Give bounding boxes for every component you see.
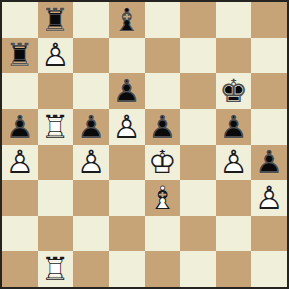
black-king-g6[interactable]: ♚♔ xyxy=(216,73,252,109)
square-d7[interactable] xyxy=(109,38,145,74)
square-b2[interactable] xyxy=(38,216,74,252)
square-b6[interactable] xyxy=(38,73,74,109)
square-d4[interactable] xyxy=(109,145,145,181)
square-f3[interactable] xyxy=(180,180,216,216)
square-f5[interactable] xyxy=(180,109,216,145)
square-f1[interactable] xyxy=(180,251,216,287)
square-a4[interactable]: ♟♙ xyxy=(2,145,38,181)
square-h8[interactable] xyxy=(251,2,287,38)
square-b4[interactable] xyxy=(38,145,74,181)
piece-glyph-outline: ♙ xyxy=(109,73,145,109)
square-g4[interactable]: ♟♙ xyxy=(216,145,252,181)
white-bishop-e3[interactable]: ♝♗ xyxy=(145,180,181,216)
piece-glyph-outline: ♙ xyxy=(251,180,287,216)
piece-glyph-outline: ♔ xyxy=(216,73,252,109)
piece-glyph-fill: ♟ xyxy=(251,145,287,181)
square-h1[interactable] xyxy=(251,251,287,287)
square-e5[interactable]: ♟♙ xyxy=(145,109,181,145)
square-c3[interactable] xyxy=(73,180,109,216)
black-pawn-a5[interactable]: ♟♙ xyxy=(2,109,38,145)
square-b5[interactable]: ♜♖ xyxy=(38,109,74,145)
square-c1[interactable] xyxy=(73,251,109,287)
white-king-e4[interactable]: ♚♔ xyxy=(145,145,181,181)
piece-glyph-outline: ♖ xyxy=(38,251,74,287)
square-e6[interactable] xyxy=(145,73,181,109)
piece-glyph-fill: ♝ xyxy=(109,2,145,38)
piece-glyph-outline: ♙ xyxy=(251,145,287,181)
square-h2[interactable] xyxy=(251,216,287,252)
square-f6[interactable] xyxy=(180,73,216,109)
piece-glyph-fill: ♝ xyxy=(145,180,181,216)
square-d2[interactable] xyxy=(109,216,145,252)
black-pawn-h4[interactable]: ♟♙ xyxy=(251,145,287,181)
piece-glyph-fill: ♟ xyxy=(216,145,252,181)
piece-glyph-fill: ♜ xyxy=(2,38,38,74)
square-a3[interactable] xyxy=(2,180,38,216)
square-e7[interactable] xyxy=(145,38,181,74)
piece-glyph-fill: ♟ xyxy=(38,38,74,74)
piece-glyph-outline: ♙ xyxy=(2,145,38,181)
piece-glyph-outline: ♔ xyxy=(145,145,181,181)
black-pawn-c5[interactable]: ♟♙ xyxy=(73,109,109,145)
square-a7[interactable]: ♜♖ xyxy=(2,38,38,74)
black-pawn-g5[interactable]: ♟♙ xyxy=(216,109,252,145)
piece-glyph-outline: ♙ xyxy=(73,145,109,181)
piece-glyph-fill: ♚ xyxy=(145,145,181,181)
square-e4[interactable]: ♚♔ xyxy=(145,145,181,181)
piece-glyph-fill: ♟ xyxy=(145,109,181,145)
piece-glyph-fill: ♜ xyxy=(38,251,74,287)
square-c2[interactable] xyxy=(73,216,109,252)
white-rook-b5[interactable]: ♜♖ xyxy=(38,109,74,145)
piece-glyph-outline: ♖ xyxy=(38,2,74,38)
piece-glyph-outline: ♙ xyxy=(38,38,74,74)
piece-glyph-fill: ♚ xyxy=(216,73,252,109)
square-h3[interactable]: ♟♙ xyxy=(251,180,287,216)
piece-glyph-fill: ♟ xyxy=(2,109,38,145)
square-g6[interactable]: ♚♔ xyxy=(216,73,252,109)
white-pawn-d5[interactable]: ♟♙ xyxy=(109,109,145,145)
square-c5[interactable]: ♟♙ xyxy=(73,109,109,145)
square-d1[interactable] xyxy=(109,251,145,287)
piece-glyph-outline: ♙ xyxy=(216,109,252,145)
piece-glyph-outline: ♙ xyxy=(145,109,181,145)
square-a2[interactable] xyxy=(2,216,38,252)
square-g8[interactable] xyxy=(216,2,252,38)
piece-glyph-fill: ♟ xyxy=(2,145,38,181)
square-a8[interactable] xyxy=(2,2,38,38)
square-g5[interactable]: ♟♙ xyxy=(216,109,252,145)
white-pawn-b7[interactable]: ♟♙ xyxy=(38,38,74,74)
piece-glyph-fill: ♟ xyxy=(109,73,145,109)
square-b7[interactable]: ♟♙ xyxy=(38,38,74,74)
black-rook-b8[interactable]: ♜♖ xyxy=(38,2,74,38)
piece-glyph-fill: ♜ xyxy=(38,109,74,145)
piece-glyph-fill: ♜ xyxy=(38,2,74,38)
piece-glyph-outline: ♙ xyxy=(2,109,38,145)
square-f2[interactable] xyxy=(180,216,216,252)
square-e2[interactable] xyxy=(145,216,181,252)
square-a6[interactable] xyxy=(2,73,38,109)
piece-glyph-outline: ♙ xyxy=(73,109,109,145)
square-b3[interactable] xyxy=(38,180,74,216)
piece-glyph-fill: ♟ xyxy=(109,109,145,145)
piece-glyph-fill: ♟ xyxy=(73,109,109,145)
piece-glyph-outline: ♗ xyxy=(145,180,181,216)
piece-glyph-outline: ♖ xyxy=(38,109,74,145)
square-e1[interactable] xyxy=(145,251,181,287)
white-pawn-h3[interactable]: ♟♙ xyxy=(251,180,287,216)
square-f7[interactable] xyxy=(180,38,216,74)
square-a1[interactable] xyxy=(2,251,38,287)
white-rook-b1[interactable]: ♜♖ xyxy=(38,251,74,287)
square-e8[interactable] xyxy=(145,2,181,38)
square-b8[interactable]: ♜♖ xyxy=(38,2,74,38)
square-g7[interactable] xyxy=(216,38,252,74)
black-pawn-d6[interactable]: ♟♙ xyxy=(109,73,145,109)
square-h7[interactable] xyxy=(251,38,287,74)
black-bishop-d8[interactable]: ♝♗ xyxy=(109,2,145,38)
square-d8[interactable]: ♝♗ xyxy=(109,2,145,38)
piece-glyph-fill: ♟ xyxy=(251,180,287,216)
square-e3[interactable]: ♝♗ xyxy=(145,180,181,216)
piece-glyph-outline: ♖ xyxy=(2,38,38,74)
square-g2[interactable] xyxy=(216,216,252,252)
square-g3[interactable] xyxy=(216,180,252,216)
square-h5[interactable] xyxy=(251,109,287,145)
piece-glyph-outline: ♗ xyxy=(109,2,145,38)
square-d3[interactable] xyxy=(109,180,145,216)
square-f4[interactable] xyxy=(180,145,216,181)
square-c4[interactable]: ♟♙ xyxy=(73,145,109,181)
chess-board: ♜♖♝♗♜♖♟♙♟♙♚♔♟♙♜♖♟♙♟♙♟♙♟♙♟♙♟♙♚♔♟♙♟♙♝♗♟♙♜♖ xyxy=(0,0,289,289)
black-pawn-e5[interactable]: ♟♙ xyxy=(145,109,181,145)
piece-glyph-fill: ♟ xyxy=(73,145,109,181)
black-rook-a7[interactable]: ♜♖ xyxy=(2,38,38,74)
square-c8[interactable] xyxy=(73,2,109,38)
piece-glyph-fill: ♟ xyxy=(216,109,252,145)
white-pawn-a4[interactable]: ♟♙ xyxy=(2,145,38,181)
square-d5[interactable]: ♟♙ xyxy=(109,109,145,145)
white-pawn-c4[interactable]: ♟♙ xyxy=(73,145,109,181)
square-b1[interactable]: ♜♖ xyxy=(38,251,74,287)
piece-glyph-outline: ♙ xyxy=(109,109,145,145)
square-a5[interactable]: ♟♙ xyxy=(2,109,38,145)
square-h4[interactable]: ♟♙ xyxy=(251,145,287,181)
white-pawn-g4[interactable]: ♟♙ xyxy=(216,145,252,181)
square-h6[interactable] xyxy=(251,73,287,109)
square-c7[interactable] xyxy=(73,38,109,74)
square-g1[interactable] xyxy=(216,251,252,287)
square-c6[interactable] xyxy=(73,73,109,109)
piece-glyph-outline: ♙ xyxy=(216,145,252,181)
square-d6[interactable]: ♟♙ xyxy=(109,73,145,109)
square-f8[interactable] xyxy=(180,2,216,38)
